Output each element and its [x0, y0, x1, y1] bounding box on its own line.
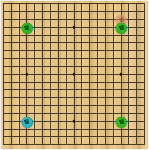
intersection-K8[interactable]	[70, 86, 78, 94]
intersection-F15[interactable]	[39, 31, 47, 39]
intersection-N15[interactable]	[94, 31, 102, 39]
intersection-M2[interactable]	[86, 133, 94, 141]
intersection-H8[interactable]	[54, 86, 62, 94]
intersection-F10[interactable]	[39, 70, 47, 78]
intersection-J12[interactable]	[62, 55, 70, 63]
intersection-O6[interactable]	[101, 102, 109, 110]
star-point	[26, 73, 28, 75]
intersection-T15[interactable]	[141, 31, 148, 39]
intersection-G9[interactable]	[47, 78, 55, 86]
star-point	[73, 73, 75, 75]
intersection-Q8[interactable]	[117, 86, 125, 94]
intersection-H1[interactable]	[54, 141, 62, 149]
intersection-L6[interactable]	[78, 102, 86, 110]
intersection-M17[interactable]	[86, 15, 94, 23]
intersection-S2[interactable]	[133, 133, 141, 141]
intersection-T8[interactable]	[141, 86, 148, 94]
intersection-F16[interactable]	[39, 23, 47, 31]
intersection-S17[interactable]	[133, 15, 141, 23]
intersection-C6[interactable]	[15, 102, 23, 110]
intersection-H13[interactable]	[54, 47, 62, 55]
intersection-D1[interactable]	[23, 141, 31, 149]
intersection-J14[interactable]	[62, 39, 70, 47]
intersection-E9[interactable]	[31, 78, 39, 86]
intersection-Q11[interactable]	[117, 62, 125, 70]
intersection-B7[interactable]	[7, 94, 15, 102]
intersection-J4[interactable]	[62, 117, 70, 125]
intersection-S12[interactable]	[133, 55, 141, 63]
intersection-M10[interactable]	[86, 70, 94, 78]
intersection-E8[interactable]	[31, 86, 39, 94]
intersection-G6[interactable]	[47, 102, 55, 110]
intersection-K12[interactable]	[70, 55, 78, 63]
intersection-L1[interactable]	[78, 141, 86, 149]
intersection-P12[interactable]	[109, 55, 117, 63]
intersection-D8[interactable]	[23, 86, 31, 94]
intersection-N8[interactable]	[94, 86, 102, 94]
intersection-G1[interactable]	[47, 141, 55, 149]
intersection-B9[interactable]	[7, 78, 15, 86]
intersection-J13[interactable]	[62, 47, 70, 55]
intersection-H7[interactable]	[54, 94, 62, 102]
intersection-G15[interactable]	[47, 31, 55, 39]
board-grid: ●●●●●	[1, 1, 148, 149]
intersection-E18[interactable]	[31, 8, 39, 16]
intersection-S9[interactable]	[133, 78, 141, 86]
intersection-C1[interactable]	[15, 141, 23, 149]
intersection-O7[interactable]	[101, 94, 109, 102]
intersection-H11[interactable]	[54, 62, 62, 70]
intersection-K7[interactable]	[70, 94, 78, 102]
intersection-E14[interactable]	[31, 39, 39, 47]
intersection-C12[interactable]	[15, 55, 23, 63]
intersection-N10[interactable]	[94, 70, 102, 78]
intersection-C9[interactable]	[15, 78, 23, 86]
intersection-F6[interactable]	[39, 102, 47, 110]
intersection-R9[interactable]	[125, 78, 133, 86]
intersection-O16[interactable]	[101, 23, 109, 31]
intersection-B6[interactable]	[7, 102, 15, 110]
intersection-C10[interactable]	[15, 70, 23, 78]
intersection-K18[interactable]	[70, 8, 78, 16]
intersection-H16[interactable]	[54, 23, 62, 31]
intersection-O8[interactable]	[101, 86, 109, 94]
intersection-L13[interactable]	[78, 47, 86, 55]
intersection-M11[interactable]	[86, 62, 94, 70]
intersection-L9[interactable]	[78, 78, 86, 86]
intersection-R2[interactable]	[125, 133, 133, 141]
intersection-N18[interactable]	[94, 8, 102, 16]
intersection-O4[interactable]	[101, 117, 109, 125]
intersection-K11[interactable]	[70, 62, 78, 70]
intersection-G13[interactable]	[47, 47, 55, 55]
intersection-M5[interactable]	[86, 110, 94, 118]
intersection-S10[interactable]	[133, 70, 141, 78]
intersection-E7[interactable]	[31, 94, 39, 102]
intersection-Q7[interactable]	[117, 94, 125, 102]
intersection-E10[interactable]	[31, 70, 39, 78]
stone-green-D16: ●	[21, 22, 32, 33]
intersection-N6[interactable]	[94, 102, 102, 110]
intersection-L5[interactable]	[78, 110, 86, 118]
intersection-S8[interactable]	[133, 86, 141, 94]
intersection-F18[interactable]	[39, 8, 47, 16]
intersection-G11[interactable]	[47, 62, 55, 70]
intersection-E2[interactable]	[31, 133, 39, 141]
stone-green-Q16: ●	[116, 22, 127, 33]
intersection-B2[interactable]	[7, 133, 15, 141]
intersection-J17[interactable]	[62, 15, 70, 23]
intersection-L7[interactable]	[78, 94, 86, 102]
intersection-K16[interactable]	[70, 23, 78, 31]
intersection-N2[interactable]	[94, 133, 102, 141]
intersection-T7[interactable]	[141, 94, 148, 102]
intersection-R8[interactable]	[125, 86, 133, 94]
intersection-H5[interactable]	[54, 110, 62, 118]
intersection-B16[interactable]	[7, 23, 15, 31]
intersection-B11[interactable]	[7, 62, 15, 70]
intersection-M6[interactable]	[86, 102, 94, 110]
intersection-D7[interactable]	[23, 94, 31, 102]
intersection-B14[interactable]	[7, 39, 15, 47]
intersection-M1[interactable]	[86, 141, 94, 149]
intersection-M7[interactable]	[86, 94, 94, 102]
intersection-T13[interactable]	[141, 47, 148, 55]
intersection-D14[interactable]	[23, 39, 31, 47]
stone-green-Q4: ●	[116, 116, 127, 127]
intersection-D18[interactable]	[23, 8, 31, 16]
intersection-P6[interactable]	[109, 102, 117, 110]
intersection-N11[interactable]	[94, 62, 102, 70]
intersection-K17[interactable]	[70, 15, 78, 23]
intersection-P10[interactable]	[109, 70, 117, 78]
intersection-C18[interactable]	[15, 8, 23, 16]
intersection-F4[interactable]	[39, 117, 47, 125]
intersection-G3[interactable]	[47, 125, 55, 133]
intersection-J10[interactable]	[62, 70, 70, 78]
intersection-T18[interactable]	[141, 8, 148, 16]
intersection-F11[interactable]	[39, 62, 47, 70]
intersection-H6[interactable]	[54, 102, 62, 110]
intersection-K13[interactable]	[70, 47, 78, 55]
intersection-M18[interactable]	[86, 8, 94, 16]
intersection-G2[interactable]	[47, 133, 55, 141]
intersection-G7[interactable]	[47, 94, 55, 102]
intersection-C2[interactable]	[15, 133, 23, 141]
intersection-L18[interactable]	[78, 8, 86, 16]
intersection-C8[interactable]	[15, 86, 23, 94]
intersection-S1[interactable]	[133, 141, 141, 149]
intersection-T12[interactable]	[141, 55, 148, 63]
intersection-Q14[interactable]	[117, 39, 125, 47]
intersection-N5[interactable]	[94, 110, 102, 118]
intersection-T10[interactable]	[141, 70, 148, 78]
intersection-H10[interactable]	[54, 70, 62, 78]
intersection-C13[interactable]	[15, 47, 23, 55]
intersection-H9[interactable]	[54, 78, 62, 86]
intersection-K2[interactable]	[70, 133, 78, 141]
intersection-S3[interactable]	[133, 125, 141, 133]
intersection-T16[interactable]	[141, 23, 148, 31]
intersection-L12[interactable]	[78, 55, 86, 63]
intersection-Q16[interactable]: ●	[117, 23, 125, 31]
intersection-N9[interactable]	[94, 78, 102, 86]
intersection-E13[interactable]	[31, 47, 39, 55]
intersection-B12[interactable]	[7, 55, 15, 63]
intersection-L10[interactable]	[78, 70, 86, 78]
intersection-G5[interactable]	[47, 110, 55, 118]
intersection-Q4[interactable]: ●	[117, 117, 125, 125]
stone-cyan-D4: ●	[21, 116, 32, 127]
intersection-H14[interactable]	[54, 39, 62, 47]
intersection-C11[interactable]	[15, 62, 23, 70]
intersection-G10[interactable]	[47, 70, 55, 78]
intersection-T11[interactable]	[141, 62, 148, 70]
intersection-S16[interactable]	[133, 23, 141, 31]
intersection-H4[interactable]	[54, 117, 62, 125]
intersection-R7[interactable]	[125, 94, 133, 102]
intersection-Q1[interactable]	[117, 141, 125, 149]
intersection-S14[interactable]	[133, 39, 141, 47]
intersection-J18[interactable]	[62, 8, 70, 16]
intersection-J8[interactable]	[62, 86, 70, 94]
intersection-T3[interactable]	[141, 125, 148, 133]
intersection-P13[interactable]	[109, 47, 117, 55]
intersection-F5[interactable]	[39, 110, 47, 118]
intersection-F3[interactable]	[39, 125, 47, 133]
intersection-J5[interactable]	[62, 110, 70, 118]
intersection-N7[interactable]	[94, 94, 102, 102]
intersection-P9[interactable]	[109, 78, 117, 86]
intersection-O3[interactable]	[101, 125, 109, 133]
intersection-D16[interactable]: ●	[23, 23, 31, 31]
intersection-L2[interactable]	[78, 133, 86, 141]
intersection-T1[interactable]	[141, 141, 148, 149]
intersection-F14[interactable]	[39, 39, 47, 47]
intersection-K4[interactable]	[70, 117, 78, 125]
intersection-M8[interactable]	[86, 86, 94, 94]
intersection-J11[interactable]	[62, 62, 70, 70]
intersection-N17[interactable]	[94, 15, 102, 23]
intersection-H3[interactable]	[54, 125, 62, 133]
intersection-S11[interactable]	[133, 62, 141, 70]
intersection-B18[interactable]	[7, 8, 15, 16]
intersection-O2[interactable]	[101, 133, 109, 141]
intersection-T4[interactable]	[141, 117, 148, 125]
intersection-P7[interactable]	[109, 94, 117, 102]
intersection-F7[interactable]	[39, 94, 47, 102]
intersection-B13[interactable]	[7, 47, 15, 55]
intersection-B4[interactable]	[7, 117, 15, 125]
intersection-N12[interactable]	[94, 55, 102, 63]
intersection-T5[interactable]	[141, 110, 148, 118]
intersection-L8[interactable]	[78, 86, 86, 94]
intersection-F13[interactable]	[39, 47, 47, 55]
intersection-K1[interactable]	[70, 141, 78, 149]
intersection-K14[interactable]	[70, 39, 78, 47]
intersection-L14[interactable]	[78, 39, 86, 47]
intersection-E11[interactable]	[31, 62, 39, 70]
intersection-R13[interactable]	[125, 47, 133, 55]
star-point	[73, 120, 75, 122]
intersection-O1[interactable]	[101, 141, 109, 149]
intersection-J1[interactable]	[62, 141, 70, 149]
intersection-S15[interactable]	[133, 31, 141, 39]
intersection-J3[interactable]	[62, 125, 70, 133]
intersection-G16[interactable]	[47, 23, 55, 31]
intersection-L11[interactable]	[78, 62, 86, 70]
intersection-Q2[interactable]	[117, 133, 125, 141]
intersection-B8[interactable]	[7, 86, 15, 94]
intersection-G18[interactable]	[47, 8, 55, 16]
intersection-N1[interactable]	[94, 141, 102, 149]
intersection-L3[interactable]	[78, 125, 86, 133]
intersection-G12[interactable]	[47, 55, 55, 63]
intersection-B1[interactable]	[7, 141, 15, 149]
intersection-O11[interactable]	[101, 62, 109, 70]
intersection-Q10[interactable]	[117, 70, 125, 78]
intersection-S4[interactable]	[133, 117, 141, 125]
intersection-F8[interactable]	[39, 86, 47, 94]
intersection-M12[interactable]	[86, 55, 94, 63]
intersection-P11[interactable]	[109, 62, 117, 70]
intersection-N14[interactable]	[94, 39, 102, 47]
intersection-K9[interactable]	[70, 78, 78, 86]
intersection-P2[interactable]	[109, 133, 117, 141]
intersection-G17[interactable]	[47, 15, 55, 23]
intersection-B10[interactable]	[7, 70, 15, 78]
intersection-J6[interactable]	[62, 102, 70, 110]
intersection-D2[interactable]	[23, 133, 31, 141]
go-app-window: ●●●●●	[0, 0, 149, 150]
intersection-D13[interactable]	[23, 47, 31, 55]
intersection-M9[interactable]	[86, 78, 94, 86]
intersection-M14[interactable]	[86, 39, 94, 47]
intersection-T17[interactable]	[141, 15, 148, 23]
intersection-T9[interactable]	[141, 78, 148, 86]
intersection-H17[interactable]	[54, 15, 62, 23]
intersection-R12[interactable]	[125, 55, 133, 63]
intersection-S18[interactable]	[133, 8, 141, 16]
intersection-T14[interactable]	[141, 39, 148, 47]
intersection-S13[interactable]	[133, 47, 141, 55]
intersection-L4[interactable]	[78, 117, 86, 125]
intersection-R6[interactable]	[125, 102, 133, 110]
intersection-F2[interactable]	[39, 133, 47, 141]
intersection-R11[interactable]	[125, 62, 133, 70]
intersection-L17[interactable]	[78, 15, 86, 23]
intersection-L16[interactable]	[78, 23, 86, 31]
intersection-M13[interactable]	[86, 47, 94, 55]
intersection-O9[interactable]	[101, 78, 109, 86]
intersection-G14[interactable]	[47, 39, 55, 47]
intersection-O18[interactable]	[101, 8, 109, 16]
intersection-B15[interactable]	[7, 31, 15, 39]
intersection-R1[interactable]	[125, 141, 133, 149]
intersection-B17[interactable]	[7, 15, 15, 23]
intersection-F17[interactable]	[39, 15, 47, 23]
intersection-D12[interactable]	[23, 55, 31, 63]
intersection-O17[interactable]	[101, 15, 109, 23]
intersection-Q9[interactable]	[117, 78, 125, 86]
intersection-T6[interactable]	[141, 102, 148, 110]
intersection-D9[interactable]	[23, 78, 31, 86]
intersection-D11[interactable]	[23, 62, 31, 70]
intersection-D10[interactable]	[23, 70, 31, 78]
intersection-K6[interactable]	[70, 102, 78, 110]
intersection-C14[interactable]	[15, 39, 23, 47]
intersection-Q12[interactable]	[117, 55, 125, 63]
intersection-O5[interactable]	[101, 110, 109, 118]
intersection-T2[interactable]	[141, 133, 148, 141]
intersection-C7[interactable]	[15, 94, 23, 102]
star-point	[120, 73, 122, 75]
intersection-J7[interactable]	[62, 94, 70, 102]
intersection-H18[interactable]	[54, 8, 62, 16]
intersection-B3[interactable]	[7, 125, 15, 133]
intersection-H15[interactable]	[54, 31, 62, 39]
intersection-K15[interactable]	[70, 31, 78, 39]
intersection-F9[interactable]	[39, 78, 47, 86]
intersection-S5[interactable]	[133, 110, 141, 118]
intersection-N3[interactable]	[94, 125, 102, 133]
intersection-R10[interactable]	[125, 70, 133, 78]
intersection-H12[interactable]	[54, 55, 62, 63]
intersection-R14[interactable]	[125, 39, 133, 47]
intersection-D6[interactable]	[23, 102, 31, 110]
intersection-E6[interactable]	[31, 102, 39, 110]
intersection-O14[interactable]	[101, 39, 109, 47]
intersection-J9[interactable]	[62, 78, 70, 86]
intersection-F1[interactable]	[39, 141, 47, 149]
star-point	[73, 26, 75, 28]
intersection-O10[interactable]	[101, 70, 109, 78]
intersection-P8[interactable]	[109, 86, 117, 94]
intersection-P14[interactable]	[109, 39, 117, 47]
intersection-J16[interactable]	[62, 23, 70, 31]
intersection-F12[interactable]	[39, 55, 47, 63]
intersection-M16[interactable]	[86, 23, 94, 31]
intersection-P1[interactable]	[109, 141, 117, 149]
intersection-E12[interactable]	[31, 55, 39, 63]
intersection-O13[interactable]	[101, 47, 109, 55]
intersection-Q13[interactable]	[117, 47, 125, 55]
intersection-H2[interactable]	[54, 133, 62, 141]
intersection-M15[interactable]	[86, 31, 94, 39]
intersection-K5[interactable]	[70, 110, 78, 118]
intersection-K3[interactable]	[70, 125, 78, 133]
intersection-G4[interactable]	[47, 117, 55, 125]
intersection-O15[interactable]	[101, 31, 109, 39]
intersection-J15[interactable]	[62, 31, 70, 39]
intersection-D4[interactable]: ●	[23, 117, 31, 125]
intersection-N13[interactable]	[94, 47, 102, 55]
intersection-N16[interactable]	[94, 23, 102, 31]
intersection-N4[interactable]	[94, 117, 102, 125]
intersection-L15[interactable]	[78, 31, 86, 39]
intersection-M4[interactable]	[86, 117, 94, 125]
intersection-O12[interactable]	[101, 55, 109, 63]
intersection-S7[interactable]	[133, 94, 141, 102]
intersection-J2[interactable]	[62, 133, 70, 141]
intersection-S6[interactable]	[133, 102, 141, 110]
intersection-B5[interactable]	[7, 110, 15, 118]
intersection-E1[interactable]	[31, 141, 39, 149]
intersection-M3[interactable]	[86, 125, 94, 133]
intersection-K10[interactable]	[70, 70, 78, 78]
intersection-Q6[interactable]	[117, 102, 125, 110]
intersection-G8[interactable]	[47, 86, 55, 94]
